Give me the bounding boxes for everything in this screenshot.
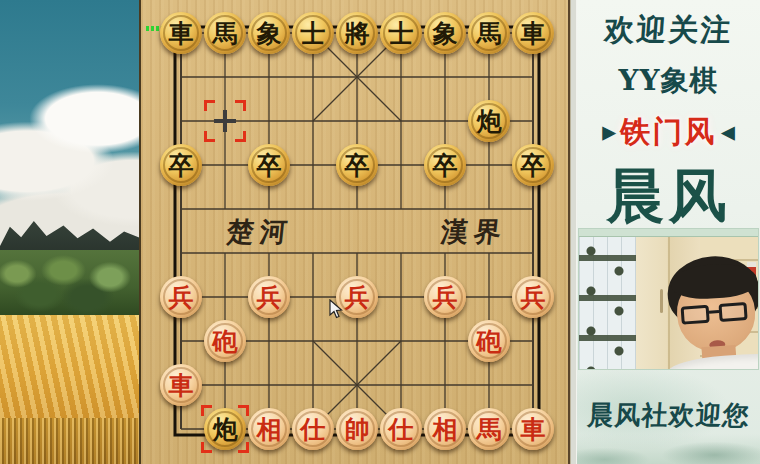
piece-red-r6c6[interactable]: 兵 [424,276,466,318]
channel-text: YY象棋 [577,62,760,100]
piece-red-r7c7[interactable]: 砲 [468,320,510,362]
webcam-video [578,228,759,370]
piece-red-r7c1[interactable]: 砲 [204,320,246,362]
wheat-stubble [0,418,141,464]
panel-divider [568,0,577,464]
piece-red-r6c2[interactable]: 兵 [248,276,290,318]
piece-black-r0c8[interactable]: 車 [512,12,554,54]
piece-black-r0c7[interactable]: 馬 [468,12,510,54]
piece-black-r0c0[interactable]: 車 [160,12,202,54]
piece-black-r0c6[interactable]: 象 [424,12,466,54]
board-grid [141,0,577,464]
piece-red-r6c8[interactable]: 兵 [512,276,554,318]
opening-name: 铁门风 [621,112,717,153]
piece-black-r0c4[interactable]: 將 [336,12,378,54]
piece-black-r0c1[interactable]: 馬 [204,12,246,54]
piece-red-r8c0[interactable]: 車 [160,364,202,406]
webcam-curtain [579,237,636,369]
piece-black-r3c8[interactable]: 卒 [512,144,554,186]
piece-black-r3c4[interactable]: 卒 [336,144,378,186]
piece-red-r9c7[interactable]: 馬 [468,408,510,450]
piece-red-r9c2[interactable]: 相 [248,408,290,450]
piece-red-r9c3[interactable]: 仕 [292,408,334,450]
piece-black-r3c6[interactable]: 卒 [424,144,466,186]
piece-black-r3c0[interactable]: 卒 [160,144,202,186]
trees [0,250,141,318]
piece-black-r3c2[interactable]: 卒 [248,144,290,186]
scenery-photo [0,0,141,464]
footer-mist [577,434,760,464]
piece-red-r6c0[interactable]: 兵 [160,276,202,318]
piece-red-r9c5[interactable]: 仕 [380,408,422,450]
piece-black-r0c3[interactable]: 士 [292,12,334,54]
river-label-left: 楚河 [225,214,295,250]
stream-sidebar: 欢迎关注 YY象棋 ▶ 铁门风 ◀ 晨风 [577,0,760,464]
xiangqi-board[interactable]: 楚河 漢界 車馬象士將士象馬車炮卒卒卒卒卒兵兵兵兵兵砲砲車炮相仕帥仕相馬車 [141,0,577,464]
webcam-wall [579,229,758,237]
piece-red-r9c6[interactable]: 相 [424,408,466,450]
welcome-text: 欢迎关注 [576,10,760,51]
piece-black-r0c5[interactable]: 士 [380,12,422,54]
streamer-person [641,245,759,370]
piece-black-r0c2[interactable]: 象 [248,12,290,54]
footer-text: 晨风社欢迎您 [576,398,760,433]
streamer-name: 晨风 [577,158,760,236]
piece-black-r9c1[interactable]: 炮 [204,408,246,450]
wheat-field [0,315,141,420]
stream-screen: 楚河 漢界 車馬象士將士象馬車炮卒卒卒卒卒兵兵兵兵兵砲砲車炮相仕帥仕相馬車 欢迎… [0,0,760,464]
left-triangle-icon: ◀ [722,122,735,143]
river-label-right: 漢界 [439,214,509,250]
piece-red-r6c4[interactable]: 兵 [336,276,378,318]
right-triangle-icon: ▶ [602,122,615,143]
piece-black-r2c7[interactable]: 炮 [468,100,510,142]
piece-red-r9c4[interactable]: 帥 [336,408,378,450]
piece-red-r9c8[interactable]: 車 [512,408,554,450]
opening-banner: ▶ 铁门风 ◀ [577,112,760,153]
